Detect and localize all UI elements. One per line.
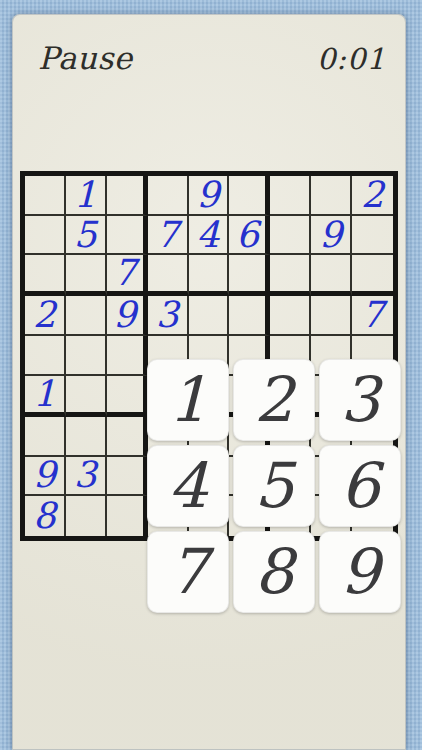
cell-r4c2[interactable] xyxy=(66,296,107,336)
cell-r8c2[interactable]: 3 xyxy=(66,457,107,497)
keypad-button-3[interactable]: 3 xyxy=(319,359,401,441)
cell-r1c5[interactable]: 9 xyxy=(189,176,230,216)
game-timer: 0:01 xyxy=(317,42,386,76)
keypad-button-8[interactable]: 8 xyxy=(233,531,315,613)
cell-r1c9[interactable]: 2 xyxy=(352,176,393,216)
cell-r4c7[interactable] xyxy=(270,296,311,336)
cell-r3c7[interactable] xyxy=(270,255,311,296)
cell-r3c6[interactable] xyxy=(229,255,270,296)
keypad-button-9[interactable]: 9 xyxy=(319,531,401,613)
cell-r3c9[interactable] xyxy=(352,255,393,296)
app-screen: Pause 0:01 19257469729371938 123456789 xyxy=(0,0,422,750)
cell-r9c2[interactable] xyxy=(66,496,107,536)
number-keypad: 123456789 xyxy=(147,359,401,613)
cell-r2c4[interactable]: 7 xyxy=(148,216,189,256)
pause-button[interactable]: Pause xyxy=(38,40,133,76)
cell-r3c1[interactable] xyxy=(25,255,66,296)
cell-r8c1[interactable]: 9 xyxy=(25,457,66,497)
header-bar: Pause 0:01 xyxy=(12,40,406,76)
cell-r6c2[interactable] xyxy=(66,376,107,417)
cell-r3c4[interactable] xyxy=(148,255,189,296)
cell-r2c6[interactable]: 6 xyxy=(229,216,270,256)
cell-r2c9[interactable] xyxy=(352,216,393,256)
cell-r4c9[interactable]: 7 xyxy=(352,296,393,336)
cell-r9c1[interactable]: 8 xyxy=(25,496,66,536)
cell-r9c3[interactable] xyxy=(107,496,148,536)
keypad-button-6[interactable]: 6 xyxy=(319,445,401,527)
cell-r5c2[interactable] xyxy=(66,336,107,376)
cell-r5c1[interactable] xyxy=(25,336,66,376)
cell-r3c3[interactable]: 7 xyxy=(107,255,148,296)
cell-r7c3[interactable] xyxy=(107,417,148,457)
cell-r1c4[interactable] xyxy=(148,176,189,216)
keypad-button-7[interactable]: 7 xyxy=(147,531,229,613)
cell-r7c1[interactable] xyxy=(25,417,66,457)
cell-r5c3[interactable] xyxy=(107,336,148,376)
cell-r2c3[interactable] xyxy=(107,216,148,256)
keypad-button-5[interactable]: 5 xyxy=(233,445,315,527)
cell-r4c5[interactable] xyxy=(189,296,230,336)
cell-r4c6[interactable] xyxy=(229,296,270,336)
cell-r4c1[interactable]: 2 xyxy=(25,296,66,336)
cell-r4c8[interactable] xyxy=(311,296,352,336)
cell-r8c3[interactable] xyxy=(107,457,148,497)
cell-r1c6[interactable] xyxy=(229,176,270,216)
cell-r3c2[interactable] xyxy=(66,255,107,296)
cell-r3c5[interactable] xyxy=(189,255,230,296)
cell-r2c8[interactable]: 9 xyxy=(311,216,352,256)
cell-r6c3[interactable] xyxy=(107,376,148,417)
cell-r3c8[interactable] xyxy=(311,255,352,296)
cell-r1c3[interactable] xyxy=(107,176,148,216)
cell-r4c3[interactable]: 9 xyxy=(107,296,148,336)
keypad-button-1[interactable]: 1 xyxy=(147,359,229,441)
paper-panel: Pause 0:01 19257469729371938 123456789 xyxy=(12,14,406,750)
cell-r2c1[interactable] xyxy=(25,216,66,256)
keypad-button-2[interactable]: 2 xyxy=(233,359,315,441)
cell-r1c1[interactable] xyxy=(25,176,66,216)
cell-r2c5[interactable]: 4 xyxy=(189,216,230,256)
cell-r1c7[interactable] xyxy=(270,176,311,216)
cell-r7c2[interactable] xyxy=(66,417,107,457)
keypad-button-4[interactable]: 4 xyxy=(147,445,229,527)
cell-r2c2[interactable]: 5 xyxy=(66,216,107,256)
cell-r2c7[interactable] xyxy=(270,216,311,256)
cell-r6c1[interactable]: 1 xyxy=(25,376,66,417)
cell-r1c2[interactable]: 1 xyxy=(66,176,107,216)
cell-r1c8[interactable] xyxy=(311,176,352,216)
cell-r4c4[interactable]: 3 xyxy=(148,296,189,336)
